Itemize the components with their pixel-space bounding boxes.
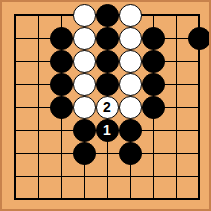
- stone-black: [96, 50, 119, 73]
- stone-white: [73, 96, 96, 119]
- stone-black-move-1: 1: [96, 119, 119, 142]
- stone-black: [96, 4, 119, 27]
- stone-black: [50, 27, 73, 50]
- stone-white: [119, 4, 142, 27]
- go-board: 21: [0, 0, 211, 211]
- stone-white: [73, 73, 96, 96]
- stone-black: [142, 96, 165, 119]
- grid-hline: [16, 153, 198, 154]
- stone-black: [50, 73, 73, 96]
- stone-white: [119, 96, 142, 119]
- stone-white: [119, 73, 142, 96]
- stone-white: [73, 27, 96, 50]
- stone-black: [142, 73, 165, 96]
- stone-white: [73, 4, 96, 27]
- stone-black: [142, 50, 165, 73]
- grid-hline: [16, 176, 198, 177]
- stone-black: [188, 27, 211, 50]
- stone-white-move-2: 2: [96, 96, 119, 119]
- stone-white: [119, 27, 142, 50]
- stone-black: [50, 50, 73, 73]
- stone-black: [119, 142, 142, 165]
- stone-black: [50, 96, 73, 119]
- stone-black: [73, 142, 96, 165]
- stone-black: [96, 27, 119, 50]
- stone-white: [119, 50, 142, 73]
- stone-white: [73, 50, 96, 73]
- stone-black: [119, 119, 142, 142]
- grid-vline: [176, 16, 177, 198]
- stone-black: [73, 119, 96, 142]
- stone-black: [96, 73, 119, 96]
- stone-black: [142, 27, 165, 50]
